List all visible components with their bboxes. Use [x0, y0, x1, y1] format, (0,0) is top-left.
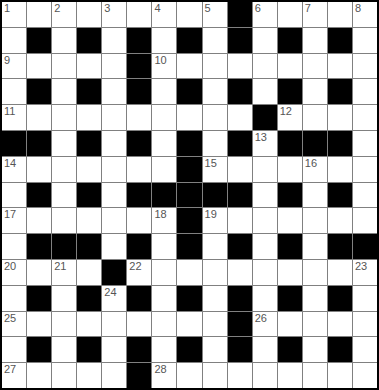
black-cell-r0c9 [228, 2, 252, 27]
white-cell-r3c10[interactable] [253, 79, 277, 104]
black-cell-r13c11 [278, 337, 302, 362]
white-cell-r8c9[interactable] [228, 208, 252, 233]
white-cell-r14c6[interactable]: 28 [152, 363, 176, 388]
black-cell-r11c1 [27, 286, 51, 311]
white-cell-r13c10[interactable] [253, 337, 277, 362]
white-cell-r4c6[interactable] [152, 105, 176, 130]
white-cell-r12c1[interactable] [27, 312, 51, 337]
white-cell-r14c11[interactable] [278, 363, 302, 388]
black-cell-r13c13 [328, 337, 352, 362]
white-cell-r7c4[interactable] [102, 183, 126, 208]
black-cell-r10c4 [102, 260, 126, 285]
white-cell-r5c10[interactable]: 13 [253, 131, 277, 156]
white-cell-r0c2[interactable]: 2 [52, 2, 76, 27]
white-cell-r6c10[interactable] [253, 157, 277, 182]
clue-number-27: 27 [4, 363, 16, 375]
black-cell-r1c3 [77, 28, 101, 53]
white-cell-r13c14[interactable] [353, 337, 377, 362]
white-cell-r0c10[interactable]: 6 [253, 2, 277, 27]
black-cell-r13c9 [228, 337, 252, 362]
black-cell-r3c11 [278, 79, 302, 104]
white-cell-r10c6[interactable] [152, 260, 176, 285]
white-cell-r10c1[interactable] [27, 260, 51, 285]
white-cell-r8c13[interactable] [328, 208, 352, 233]
white-cell-r3c2[interactable] [52, 79, 76, 104]
white-cell-r7c0[interactable] [2, 183, 26, 208]
clue-number-24: 24 [104, 286, 116, 298]
clue-number-5: 5 [205, 2, 211, 14]
white-cell-r11c14[interactable] [353, 286, 377, 311]
white-cell-r2c13[interactable] [328, 54, 352, 79]
white-cell-r6c0[interactable]: 14 [2, 157, 26, 182]
white-cell-r6c2[interactable] [52, 157, 76, 182]
white-cell-r6c4[interactable] [102, 157, 126, 182]
black-cell-r3c13 [328, 79, 352, 104]
white-cell-r12c6[interactable] [152, 312, 176, 337]
white-cell-r14c3[interactable] [77, 363, 101, 388]
white-cell-r12c12[interactable] [303, 312, 327, 337]
white-cell-r10c3[interactable] [77, 260, 101, 285]
white-cell-r4c2[interactable] [52, 105, 76, 130]
white-cell-r8c11[interactable] [278, 208, 302, 233]
white-cell-r2c1[interactable] [27, 54, 51, 79]
white-cell-r10c8[interactable] [203, 260, 227, 285]
white-cell-r14c14[interactable] [353, 363, 377, 388]
clue-number-21: 21 [54, 260, 66, 272]
black-cell-r13c5 [127, 337, 151, 362]
black-cell-r9c7 [177, 234, 201, 259]
white-cell-r12c0[interactable]: 25 [2, 312, 26, 337]
clue-number-4: 4 [154, 2, 160, 14]
clue-number-12: 12 [280, 105, 292, 117]
black-cell-r13c1 [27, 337, 51, 362]
white-cell-r9c8[interactable] [203, 234, 227, 259]
white-cell-r4c0[interactable]: 11 [2, 105, 26, 130]
white-cell-r6c8[interactable]: 15 [203, 157, 227, 182]
clue-number-19: 19 [205, 208, 217, 220]
white-cell-r12c8[interactable] [203, 312, 227, 337]
black-cell-r5c5 [127, 131, 151, 156]
white-cell-r1c0[interactable] [2, 28, 26, 53]
white-cell-r14c2[interactable] [52, 363, 76, 388]
black-cell-r11c3 [77, 286, 101, 311]
black-cell-r9c11 [278, 234, 302, 259]
black-cell-r5c7 [177, 131, 201, 156]
white-cell-r13c0[interactable] [2, 337, 26, 362]
white-cell-r8c5[interactable] [127, 208, 151, 233]
black-cell-r7c5 [127, 183, 151, 208]
black-cell-r9c5 [127, 234, 151, 259]
white-cell-r2c9[interactable] [228, 54, 252, 79]
white-cell-r1c8[interactable] [203, 28, 227, 53]
white-cell-r3c8[interactable] [203, 79, 227, 104]
white-cell-r0c14[interactable]: 8 [353, 2, 377, 27]
white-cell-r14c12[interactable] [303, 363, 327, 388]
white-cell-r2c4[interactable] [102, 54, 126, 79]
white-cell-r3c12[interactable] [303, 79, 327, 104]
clue-number-25: 25 [4, 312, 16, 324]
white-cell-r10c2[interactable]: 21 [52, 260, 76, 285]
white-cell-r10c9[interactable] [228, 260, 252, 285]
white-cell-r9c6[interactable] [152, 234, 176, 259]
white-cell-r10c0[interactable]: 20 [2, 260, 26, 285]
white-cell-r2c3[interactable] [77, 54, 101, 79]
white-cell-r11c4[interactable]: 24 [102, 286, 126, 311]
white-cell-r5c2[interactable] [52, 131, 76, 156]
white-cell-r9c4[interactable] [102, 234, 126, 259]
white-cell-r11c8[interactable] [203, 286, 227, 311]
black-cell-r1c9 [228, 28, 252, 53]
white-cell-r1c12[interactable] [303, 28, 327, 53]
white-cell-r6c14[interactable] [353, 157, 377, 182]
white-cell-r12c7[interactable] [177, 312, 201, 337]
clue-number-7: 7 [305, 2, 311, 14]
black-cell-r3c5 [127, 79, 151, 104]
white-cell-r13c12[interactable] [303, 337, 327, 362]
white-cell-r1c10[interactable] [253, 28, 277, 53]
white-cell-r12c2[interactable] [52, 312, 76, 337]
white-cell-r13c6[interactable] [152, 337, 176, 362]
black-cell-r7c3 [77, 183, 101, 208]
black-cell-r13c3 [77, 337, 101, 362]
black-cell-r14c5 [127, 363, 151, 388]
black-cell-r7c9 [228, 183, 252, 208]
crossword-puzzle: 1234567891011121314151617181920212223242… [0, 0, 379, 390]
white-cell-r0c12[interactable]: 7 [303, 2, 327, 27]
white-cell-r3c14[interactable] [353, 79, 377, 104]
white-cell-r0c4[interactable]: 3 [102, 2, 126, 27]
white-cell-r14c8[interactable] [203, 363, 227, 388]
black-cell-r7c7 [177, 183, 201, 208]
white-cell-r0c6[interactable]: 4 [152, 2, 176, 27]
white-cell-r2c2[interactable] [52, 54, 76, 79]
white-cell-r14c1[interactable] [27, 363, 51, 388]
white-cell-r8c8[interactable]: 19 [203, 208, 227, 233]
clue-number-22: 22 [129, 260, 141, 272]
black-cell-r11c9 [228, 286, 252, 311]
white-cell-r4c1[interactable] [27, 105, 51, 130]
white-cell-r14c4[interactable] [102, 363, 126, 388]
white-cell-r14c10[interactable] [253, 363, 277, 388]
white-cell-r6c9[interactable] [228, 157, 252, 182]
white-cell-r4c4[interactable] [102, 105, 126, 130]
white-cell-r10c11[interactable] [278, 260, 302, 285]
white-cell-r3c0[interactable] [2, 79, 26, 104]
black-cell-r11c11 [278, 286, 302, 311]
white-cell-r1c14[interactable] [353, 28, 377, 53]
black-cell-r1c5 [127, 28, 151, 53]
black-cell-r7c1 [27, 183, 51, 208]
white-cell-r12c4[interactable] [102, 312, 126, 337]
white-cell-r2c14[interactable] [353, 54, 377, 79]
white-cell-r12c13[interactable] [328, 312, 352, 337]
white-cell-r14c0[interactable]: 27 [2, 363, 26, 388]
white-cell-r12c3[interactable] [77, 312, 101, 337]
white-cell-r8c1[interactable] [27, 208, 51, 233]
black-cell-r3c7 [177, 79, 201, 104]
black-cell-r3c9 [228, 79, 252, 104]
white-cell-r8c0[interactable]: 17 [2, 208, 26, 233]
white-cell-r10c14[interactable]: 23 [353, 260, 377, 285]
clue-number-10: 10 [154, 54, 166, 66]
black-cell-r7c6 [152, 183, 176, 208]
white-cell-r11c2[interactable] [52, 286, 76, 311]
white-cell-r9c12[interactable] [303, 234, 327, 259]
white-cell-r8c3[interactable] [77, 208, 101, 233]
white-cell-r7c12[interactable] [303, 183, 327, 208]
white-cell-r2c0[interactable]: 9 [2, 54, 26, 79]
black-cell-r9c1 [27, 234, 51, 259]
white-cell-r0c0[interactable]: 1 [2, 2, 26, 27]
white-cell-r0c13[interactable] [328, 2, 352, 27]
white-cell-r4c13[interactable] [328, 105, 352, 130]
white-cell-r4c14[interactable] [353, 105, 377, 130]
crossword-grid: 1234567891011121314151617181920212223242… [0, 0, 379, 390]
white-cell-r13c2[interactable] [52, 337, 76, 362]
white-cell-r2c11[interactable] [278, 54, 302, 79]
white-cell-r4c11[interactable]: 12 [278, 105, 302, 130]
white-cell-r13c4[interactable] [102, 337, 126, 362]
white-cell-r6c13[interactable] [328, 157, 352, 182]
white-cell-r1c2[interactable] [52, 28, 76, 53]
white-cell-r11c12[interactable] [303, 286, 327, 311]
white-cell-r6c3[interactable] [77, 157, 101, 182]
black-cell-r9c14 [353, 234, 377, 259]
black-cell-r11c13 [328, 286, 352, 311]
black-cell-r1c13 [328, 28, 352, 53]
white-cell-r0c7[interactable] [177, 2, 201, 27]
white-cell-r10c13[interactable] [328, 260, 352, 285]
white-cell-r6c11[interactable] [278, 157, 302, 182]
white-cell-r3c6[interactable] [152, 79, 176, 104]
white-cell-r12c11[interactable] [278, 312, 302, 337]
white-cell-r7c10[interactable] [253, 183, 277, 208]
black-cell-r7c11 [278, 183, 302, 208]
black-cell-r7c13 [328, 183, 352, 208]
clue-number-26: 26 [255, 312, 267, 324]
white-cell-r2c10[interactable] [253, 54, 277, 79]
black-cell-r5c9 [228, 131, 252, 156]
white-cell-r1c6[interactable] [152, 28, 176, 53]
white-cell-r14c9[interactable] [228, 363, 252, 388]
white-cell-r6c12[interactable]: 16 [303, 157, 327, 182]
white-cell-r7c2[interactable] [52, 183, 76, 208]
white-cell-r10c12[interactable] [303, 260, 327, 285]
black-cell-r5c0 [2, 131, 26, 156]
black-cell-r8c7 [177, 208, 201, 233]
white-cell-r12c5[interactable] [127, 312, 151, 337]
clue-number-8: 8 [355, 2, 361, 14]
clue-number-18: 18 [154, 208, 166, 220]
white-cell-r8c14[interactable] [353, 208, 377, 233]
black-cell-r3c3 [77, 79, 101, 104]
black-cell-r3c1 [27, 79, 51, 104]
clue-number-20: 20 [4, 260, 16, 272]
white-cell-r6c1[interactable] [27, 157, 51, 182]
black-cell-r9c9 [228, 234, 252, 259]
white-cell-r10c10[interactable] [253, 260, 277, 285]
black-cell-r12c9 [228, 312, 252, 337]
clue-number-28: 28 [154, 363, 166, 375]
black-cell-r1c11 [278, 28, 302, 53]
black-cell-r5c12 [303, 131, 327, 156]
clue-number-2: 2 [54, 2, 60, 14]
black-cell-r5c11 [278, 131, 302, 156]
white-cell-r2c7[interactable] [177, 54, 201, 79]
black-cell-r4c10 [253, 105, 277, 130]
white-cell-r4c5[interactable] [127, 105, 151, 130]
white-cell-r12c10[interactable]: 26 [253, 312, 277, 337]
white-cell-r4c8[interactable] [203, 105, 227, 130]
white-cell-r0c11[interactable] [278, 2, 302, 27]
white-cell-r10c5[interactable]: 22 [127, 260, 151, 285]
white-cell-r5c14[interactable] [353, 131, 377, 156]
white-cell-r0c3[interactable] [77, 2, 101, 27]
black-cell-r9c3 [77, 234, 101, 259]
white-cell-r2c12[interactable] [303, 54, 327, 79]
clue-number-16: 16 [305, 157, 317, 169]
black-cell-r2c5 [127, 54, 151, 79]
white-cell-r14c13[interactable] [328, 363, 352, 388]
black-cell-r5c1 [27, 131, 51, 156]
white-cell-r11c10[interactable] [253, 286, 277, 311]
white-cell-r4c7[interactable] [177, 105, 201, 130]
black-cell-r5c3 [77, 131, 101, 156]
black-cell-r9c2 [52, 234, 76, 259]
white-cell-r11c0[interactable] [2, 286, 26, 311]
white-cell-r14c7[interactable] [177, 363, 201, 388]
clue-number-6: 6 [255, 2, 261, 14]
white-cell-r8c12[interactable] [303, 208, 327, 233]
white-cell-r8c10[interactable] [253, 208, 277, 233]
black-cell-r11c5 [127, 286, 151, 311]
clue-number-15: 15 [205, 157, 217, 169]
white-cell-r8c6[interactable]: 18 [152, 208, 176, 233]
white-cell-r2c6[interactable]: 10 [152, 54, 176, 79]
white-cell-r9c0[interactable] [2, 234, 26, 259]
black-cell-r13c7 [177, 337, 201, 362]
black-cell-r5c13 [328, 131, 352, 156]
white-cell-r5c6[interactable] [152, 131, 176, 156]
black-cell-r1c7 [177, 28, 201, 53]
white-cell-r9c10[interactable] [253, 234, 277, 259]
white-cell-r5c4[interactable] [102, 131, 126, 156]
clue-number-23: 23 [355, 260, 367, 272]
clue-number-14: 14 [4, 157, 16, 169]
white-cell-r2c8[interactable] [203, 54, 227, 79]
white-cell-r11c6[interactable] [152, 286, 176, 311]
white-cell-r0c1[interactable] [27, 2, 51, 27]
white-cell-r8c4[interactable] [102, 208, 126, 233]
white-cell-r10c7[interactable] [177, 260, 201, 285]
white-cell-r13c8[interactable] [203, 337, 227, 362]
clue-number-3: 3 [104, 2, 110, 14]
white-cell-r7c14[interactable] [353, 183, 377, 208]
white-cell-r4c3[interactable] [77, 105, 101, 130]
white-cell-r6c6[interactable] [152, 157, 176, 182]
white-cell-r0c5[interactable] [127, 2, 151, 27]
white-cell-r8c2[interactable] [52, 208, 76, 233]
black-cell-r1c1 [27, 28, 51, 53]
black-cell-r6c7 [177, 157, 201, 182]
black-cell-r7c8 [203, 183, 227, 208]
clue-number-17: 17 [4, 208, 16, 220]
clue-number-11: 11 [4, 105, 15, 117]
clue-number-13: 13 [255, 131, 267, 143]
clue-number-1: 1 [4, 2, 10, 14]
white-cell-r6c5[interactable] [127, 157, 151, 182]
white-cell-r3c4[interactable] [102, 79, 126, 104]
clue-number-9: 9 [4, 54, 10, 66]
white-cell-r12c14[interactable] [353, 312, 377, 337]
white-cell-r4c12[interactable] [303, 105, 327, 130]
white-cell-r1c4[interactable] [102, 28, 126, 53]
white-cell-r5c8[interactable] [203, 131, 227, 156]
white-cell-r4c9[interactable] [228, 105, 252, 130]
black-cell-r9c13 [328, 234, 352, 259]
black-cell-r11c7 [177, 286, 201, 311]
white-cell-r0c8[interactable]: 5 [203, 2, 227, 27]
